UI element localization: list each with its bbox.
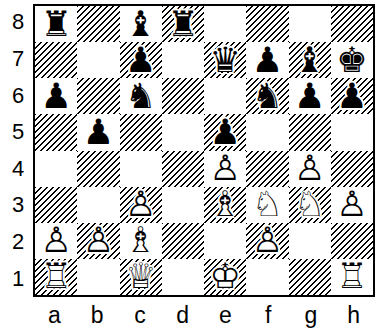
square-f3[interactable]: ♞♘ (246, 187, 288, 223)
square-d6[interactable] (162, 78, 204, 114)
white-rook: ♜♖ (331, 259, 373, 295)
square-h1[interactable]: ♜♖ (331, 259, 373, 295)
black-bishop: ♝ (120, 6, 162, 42)
white-queen: ♛♕ (120, 259, 162, 295)
square-b8[interactable] (77, 6, 119, 42)
rank-label-2: 2 (5, 224, 31, 261)
black-rook: ♜ (35, 6, 77, 42)
rank-label-8: 8 (5, 4, 31, 41)
square-c7[interactable]: ♟ (120, 42, 162, 78)
square-c3[interactable]: ♟♙ (120, 187, 162, 223)
file-label-f: f (247, 297, 290, 333)
square-c5[interactable] (120, 114, 162, 150)
square-e8[interactable] (204, 6, 246, 42)
white-bishop: ♝♗ (120, 223, 162, 259)
square-a2[interactable]: ♟♙ (35, 223, 77, 259)
rank-label-7: 7 (5, 41, 31, 78)
square-g2[interactable] (289, 223, 331, 259)
square-f2[interactable]: ♟♙ (246, 223, 288, 259)
black-knight: ♞ (120, 78, 162, 114)
white-rook: ♜♖ (35, 259, 77, 295)
square-a7[interactable] (35, 42, 77, 78)
square-a8[interactable]: ♜ (35, 6, 77, 42)
file-label-b: b (76, 297, 119, 333)
file-label-a: a (33, 297, 76, 333)
square-f6[interactable]: ♞ (246, 78, 288, 114)
file-labels: abcdefgh (33, 297, 375, 333)
board: ♜♝♜♟♛♟♝♚♟♞♞♟♟♟♟♟♙♟♙♟♙♝♗♞♘♞♘♟♙♟♙♟♙♝♗♟♙♜♖♛… (33, 4, 375, 297)
square-h3[interactable]: ♟♙ (331, 187, 373, 223)
square-d2[interactable] (162, 223, 204, 259)
square-a4[interactable] (35, 151, 77, 187)
square-d8[interactable]: ♜ (162, 6, 204, 42)
square-a3[interactable] (35, 187, 77, 223)
square-d5[interactable] (162, 114, 204, 150)
square-d7[interactable] (162, 42, 204, 78)
black-rook: ♜ (162, 6, 204, 42)
square-b2[interactable]: ♟♙ (77, 223, 119, 259)
rank-labels: 87654321 (5, 4, 31, 297)
rank-label-4: 4 (5, 151, 31, 188)
black-pawn: ♟ (204, 114, 246, 150)
square-g3[interactable]: ♞♘ (289, 187, 331, 223)
black-pawn: ♟ (331, 78, 373, 114)
rank-label-6: 6 (5, 77, 31, 114)
white-pawn: ♟♙ (204, 151, 246, 187)
square-d3[interactable] (162, 187, 204, 223)
square-b4[interactable] (77, 151, 119, 187)
square-h6[interactable]: ♟ (331, 78, 373, 114)
square-e2[interactable] (204, 223, 246, 259)
black-pawn: ♟ (246, 42, 288, 78)
square-f4[interactable] (246, 151, 288, 187)
white-pawn: ♟♙ (77, 223, 119, 259)
square-g7[interactable]: ♝ (289, 42, 331, 78)
black-knight: ♞ (246, 78, 288, 114)
white-pawn: ♟♙ (120, 187, 162, 223)
file-label-g: g (290, 297, 333, 333)
square-b7[interactable] (77, 42, 119, 78)
file-label-h: h (332, 297, 375, 333)
file-label-c: c (119, 297, 162, 333)
square-f8[interactable] (246, 6, 288, 42)
square-e4[interactable]: ♟♙ (204, 151, 246, 187)
square-e3[interactable]: ♝♗ (204, 187, 246, 223)
rank-label-5: 5 (5, 114, 31, 151)
square-f5[interactable] (246, 114, 288, 150)
black-pawn: ♟ (289, 78, 331, 114)
square-e5[interactable]: ♟ (204, 114, 246, 150)
square-g4[interactable]: ♟♙ (289, 151, 331, 187)
square-h8[interactable] (331, 6, 373, 42)
square-b6[interactable] (77, 78, 119, 114)
square-g1[interactable] (289, 259, 331, 295)
square-e7[interactable]: ♛ (204, 42, 246, 78)
square-g8[interactable] (289, 6, 331, 42)
square-h2[interactable] (331, 223, 373, 259)
square-d4[interactable] (162, 151, 204, 187)
square-a1[interactable]: ♜♖ (35, 259, 77, 295)
square-g5[interactable] (289, 114, 331, 150)
square-h4[interactable] (331, 151, 373, 187)
black-king: ♚ (331, 42, 373, 78)
black-queen: ♛ (204, 42, 246, 78)
black-pawn: ♟ (120, 42, 162, 78)
square-c2[interactable]: ♝♗ (120, 223, 162, 259)
black-pawn: ♟ (77, 114, 119, 150)
square-b1[interactable] (77, 259, 119, 295)
square-a5[interactable] (35, 114, 77, 150)
rank-label-3: 3 (5, 187, 31, 224)
white-knight: ♞♘ (246, 187, 288, 223)
white-pawn: ♟♙ (35, 223, 77, 259)
white-pawn: ♟♙ (246, 223, 288, 259)
file-label-d: d (161, 297, 204, 333)
square-f7[interactable]: ♟ (246, 42, 288, 78)
rank-label-1: 1 (5, 260, 31, 297)
chess-diagram: 87654321 ♜♝♜♟♛♟♝♚♟♞♞♟♟♟♟♟♙♟♙♟♙♝♗♞♘♞♘♟♙♟♙… (0, 0, 376, 335)
square-c6[interactable]: ♞ (120, 78, 162, 114)
square-a6[interactable]: ♟ (35, 78, 77, 114)
square-e1[interactable]: ♚♔ (204, 259, 246, 295)
square-h5[interactable] (331, 114, 373, 150)
square-c4[interactable] (120, 151, 162, 187)
white-pawn: ♟♙ (289, 151, 331, 187)
white-king: ♚♔ (204, 259, 246, 295)
white-bishop: ♝♗ (204, 187, 246, 223)
white-knight: ♞♘ (289, 187, 331, 223)
square-e6[interactable] (204, 78, 246, 114)
square-f1[interactable] (246, 259, 288, 295)
square-c1[interactable]: ♛♕ (120, 259, 162, 295)
square-b5[interactable]: ♟ (77, 114, 119, 150)
black-pawn: ♟ (35, 78, 77, 114)
file-label-e: e (204, 297, 247, 333)
black-bishop: ♝ (289, 42, 331, 78)
square-g6[interactable]: ♟ (289, 78, 331, 114)
square-b3[interactable] (77, 187, 119, 223)
square-c8[interactable]: ♝ (120, 6, 162, 42)
square-d1[interactable] (162, 259, 204, 295)
white-pawn: ♟♙ (331, 187, 373, 223)
square-h7[interactable]: ♚ (331, 42, 373, 78)
